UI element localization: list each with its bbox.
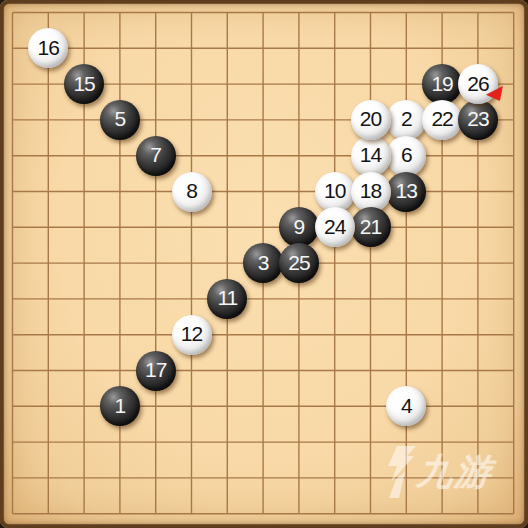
stone-black-23: 23 [458, 100, 498, 140]
stones-layer: 1234567891011121314151617181920212223242… [0, 0, 528, 528]
stone-black-21: 21 [351, 207, 391, 247]
stone-move-number: 10 [324, 180, 345, 201]
stone-move-number: 17 [145, 359, 166, 380]
stone-move-number: 25 [288, 252, 309, 273]
stone-move-number: 15 [73, 73, 94, 94]
stone-move-number: 1 [115, 395, 126, 416]
stone-move-number: 16 [38, 37, 59, 58]
stone-move-number: 11 [217, 287, 237, 308]
stone-move-number: 13 [396, 180, 417, 201]
stone-move-number: 19 [431, 73, 452, 94]
stone-move-number: 21 [360, 216, 381, 237]
stone-move-number: 18 [360, 180, 381, 201]
stone-white-12: 12 [172, 315, 212, 355]
stone-move-number: 12 [181, 323, 202, 344]
stone-move-number: 6 [401, 144, 412, 165]
stone-move-number: 2 [401, 108, 412, 129]
stone-move-number: 3 [258, 252, 269, 273]
stone-black-13: 13 [386, 172, 426, 212]
stone-move-number: 24 [324, 216, 345, 237]
stone-white-20: 20 [351, 100, 391, 140]
screenshot-stage: 1234567891011121314151617181920212223242… [0, 0, 528, 528]
gomoku-board[interactable]: 1234567891011121314151617181920212223242… [0, 0, 528, 528]
stone-black-11: 11 [207, 279, 247, 319]
stone-white-14: 14 [351, 136, 391, 176]
stone-move-number: 14 [360, 144, 381, 165]
stone-white-2: 2 [386, 100, 426, 140]
stone-black-9: 9 [279, 207, 319, 247]
stone-white-26: 26 [458, 64, 498, 104]
stone-move-number: 23 [467, 108, 488, 129]
stone-move-number: 5 [115, 108, 126, 129]
stone-white-22: 22 [422, 100, 462, 140]
stone-white-16: 16 [28, 28, 68, 68]
stone-black-25: 25 [279, 243, 319, 283]
stone-black-15: 15 [64, 64, 104, 104]
stone-move-number: 26 [467, 73, 488, 94]
stone-move-number: 8 [186, 180, 197, 201]
stone-white-4: 4 [386, 386, 426, 426]
stone-move-number: 22 [431, 108, 452, 129]
stone-white-24: 24 [315, 207, 355, 247]
stone-black-3: 3 [243, 243, 283, 283]
stone-black-17: 17 [136, 351, 176, 391]
stone-white-8: 8 [172, 172, 212, 212]
stone-move-number: 9 [294, 216, 305, 237]
stone-white-10: 10 [315, 172, 355, 212]
stone-black-5: 5 [100, 100, 140, 140]
stone-move-number: 4 [401, 395, 412, 416]
stone-white-6: 6 [386, 136, 426, 176]
stone-black-7: 7 [136, 136, 176, 176]
stone-move-number: 20 [360, 108, 381, 129]
stone-white-18: 18 [351, 172, 391, 212]
stone-black-1: 1 [100, 386, 140, 426]
stone-black-19: 19 [422, 64, 462, 104]
stone-move-number: 7 [150, 144, 161, 165]
